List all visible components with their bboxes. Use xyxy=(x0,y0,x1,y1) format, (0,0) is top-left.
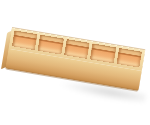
pit-2[interactable] xyxy=(38,35,64,55)
pit-5[interactable] xyxy=(116,48,142,68)
pit-4[interactable] xyxy=(90,44,116,64)
pit-1[interactable] xyxy=(12,30,38,50)
photo-background xyxy=(0,0,150,125)
pit-3[interactable] xyxy=(64,39,90,59)
